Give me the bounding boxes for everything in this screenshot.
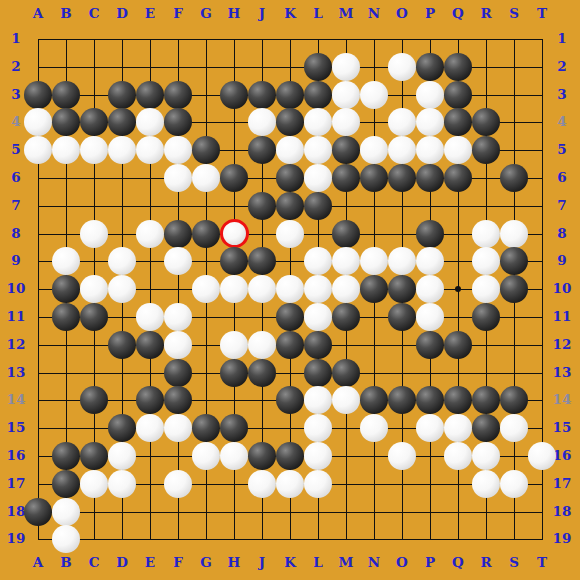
stone-white-O2[interactable] bbox=[388, 53, 416, 81]
stone-black-F13[interactable] bbox=[164, 359, 192, 387]
stone-black-O11[interactable] bbox=[388, 303, 416, 331]
stone-black-S14[interactable] bbox=[500, 386, 528, 414]
coord-label-left-3: 3 bbox=[11, 88, 20, 102]
stone-black-Q6[interactable] bbox=[444, 164, 472, 192]
stone-black-A3[interactable] bbox=[24, 81, 52, 109]
coord-label-top-R: R bbox=[480, 7, 491, 21]
coord-label-left-16: 16 bbox=[7, 449, 26, 463]
coord-label-top-O: O bbox=[396, 7, 408, 21]
stone-black-S10[interactable] bbox=[500, 275, 528, 303]
coord-label-left-18: 18 bbox=[7, 505, 26, 519]
stone-white-P5[interactable] bbox=[416, 136, 444, 164]
stone-black-E3[interactable] bbox=[136, 81, 164, 109]
stone-white-J10[interactable] bbox=[248, 275, 276, 303]
stone-white-Q15[interactable] bbox=[444, 414, 472, 442]
stone-black-B17[interactable] bbox=[52, 470, 80, 498]
stone-black-J9[interactable] bbox=[248, 247, 276, 275]
stone-white-A4[interactable] bbox=[24, 108, 52, 136]
coord-label-bottom-F: F bbox=[173, 556, 183, 570]
stone-white-L5[interactable] bbox=[304, 136, 332, 164]
stone-white-E5[interactable] bbox=[136, 136, 164, 164]
stone-white-F5[interactable] bbox=[164, 136, 192, 164]
coord-label-left-2: 2 bbox=[11, 60, 20, 74]
coord-label-bottom-M: M bbox=[339, 556, 354, 570]
stone-white-C5[interactable] bbox=[80, 136, 108, 164]
coord-label-bottom-P: P bbox=[425, 556, 435, 570]
stone-white-M14[interactable] bbox=[332, 386, 360, 414]
stone-black-D12[interactable] bbox=[108, 331, 136, 359]
coord-label-top-N: N bbox=[368, 7, 380, 21]
coord-label-bottom-Q: Q bbox=[452, 556, 464, 570]
stone-white-R8[interactable] bbox=[472, 220, 500, 248]
coord-label-left-17: 17 bbox=[7, 477, 26, 491]
coord-label-bottom-C: C bbox=[89, 556, 100, 570]
stone-black-K11[interactable] bbox=[276, 303, 304, 331]
stone-black-O6[interactable] bbox=[388, 164, 416, 192]
coord-label-top-B: B bbox=[60, 7, 71, 21]
coord-label-left-19: 19 bbox=[7, 533, 26, 547]
stone-white-N9[interactable] bbox=[360, 247, 388, 275]
stone-white-R16[interactable] bbox=[472, 442, 500, 470]
stone-white-L9[interactable] bbox=[304, 247, 332, 275]
star-point bbox=[455, 286, 461, 292]
stone-white-E4[interactable] bbox=[136, 108, 164, 136]
stone-black-F8[interactable] bbox=[164, 220, 192, 248]
stone-black-G5[interactable] bbox=[192, 136, 220, 164]
stone-white-D9[interactable] bbox=[108, 247, 136, 275]
stone-white-F11[interactable] bbox=[164, 303, 192, 331]
stone-white-P3[interactable] bbox=[416, 81, 444, 109]
go-app: { "game": "go", "board": { "size": 19, "… bbox=[0, 0, 580, 580]
stone-black-D4[interactable] bbox=[108, 108, 136, 136]
stone-black-C4[interactable] bbox=[80, 108, 108, 136]
stone-white-B9[interactable] bbox=[52, 247, 80, 275]
coord-label-right-7: 7 bbox=[557, 199, 566, 213]
stone-black-H15[interactable] bbox=[220, 414, 248, 442]
stone-white-E8[interactable] bbox=[136, 220, 164, 248]
stone-white-J17[interactable] bbox=[248, 470, 276, 498]
stone-white-Q16[interactable] bbox=[444, 442, 472, 470]
coord-label-right-3: 3 bbox=[557, 88, 566, 102]
coord-label-top-K: K bbox=[284, 7, 296, 21]
coord-label-bottom-J: J bbox=[259, 556, 265, 570]
coord-label-bottom-O: O bbox=[396, 556, 408, 570]
stone-black-C11[interactable] bbox=[80, 303, 108, 331]
stone-black-H3[interactable] bbox=[220, 81, 248, 109]
coord-label-top-E: E bbox=[145, 7, 155, 21]
stone-white-F17[interactable] bbox=[164, 470, 192, 498]
stone-white-S15[interactable] bbox=[500, 414, 528, 442]
stone-black-B11[interactable] bbox=[52, 303, 80, 331]
stone-white-C17[interactable] bbox=[80, 470, 108, 498]
stone-black-Q3[interactable] bbox=[444, 81, 472, 109]
grid-line bbox=[38, 39, 543, 40]
coord-label-bottom-T: T bbox=[537, 556, 547, 570]
coord-label-bottom-N: N bbox=[368, 556, 380, 570]
coord-label-right-6: 6 bbox=[557, 171, 566, 185]
coord-label-left-14: 14 bbox=[7, 394, 26, 408]
grid-line bbox=[38, 539, 543, 540]
stone-black-Q2[interactable] bbox=[444, 53, 472, 81]
stone-white-B5[interactable] bbox=[52, 136, 80, 164]
stone-white-R17[interactable] bbox=[472, 470, 500, 498]
stone-white-P11[interactable] bbox=[416, 303, 444, 331]
coord-label-bottom-D: D bbox=[116, 556, 128, 570]
stone-white-J4[interactable] bbox=[248, 108, 276, 136]
stone-white-B18[interactable] bbox=[52, 498, 80, 526]
stone-white-T16[interactable] bbox=[528, 442, 556, 470]
coord-label-bottom-H: H bbox=[228, 556, 241, 570]
stone-black-P12[interactable] bbox=[416, 331, 444, 359]
stone-black-B3[interactable] bbox=[52, 81, 80, 109]
stone-black-P6[interactable] bbox=[416, 164, 444, 192]
stone-black-S9[interactable] bbox=[500, 247, 528, 275]
stone-white-M10[interactable] bbox=[332, 275, 360, 303]
stone-black-G8[interactable] bbox=[192, 220, 220, 248]
stone-white-H12[interactable] bbox=[220, 331, 248, 359]
stone-black-L12[interactable] bbox=[304, 331, 332, 359]
coord-label-right-15: 15 bbox=[553, 421, 572, 435]
stone-white-F12[interactable] bbox=[164, 331, 192, 359]
stone-white-E15[interactable] bbox=[136, 414, 164, 442]
stone-white-C8[interactable] bbox=[80, 220, 108, 248]
stone-black-R5[interactable] bbox=[472, 136, 500, 164]
stone-black-L13[interactable] bbox=[304, 359, 332, 387]
coord-label-right-9: 9 bbox=[557, 255, 566, 269]
stone-white-D10[interactable] bbox=[108, 275, 136, 303]
stone-white-N5[interactable] bbox=[360, 136, 388, 164]
stone-black-P2[interactable] bbox=[416, 53, 444, 81]
stone-black-O10[interactable] bbox=[388, 275, 416, 303]
stone-white-S17[interactable] bbox=[500, 470, 528, 498]
stone-black-J7[interactable] bbox=[248, 192, 276, 220]
coord-label-bottom-B: B bbox=[60, 556, 71, 570]
stone-white-L15[interactable] bbox=[304, 414, 332, 442]
stone-white-R9[interactable] bbox=[472, 247, 500, 275]
coord-label-right-8: 8 bbox=[557, 227, 566, 241]
stone-black-Q12[interactable] bbox=[444, 331, 472, 359]
stone-white-B19[interactable] bbox=[52, 525, 80, 553]
coord-label-left-5: 5 bbox=[11, 143, 20, 157]
coord-label-top-F: F bbox=[173, 7, 183, 21]
stone-white-R10[interactable] bbox=[472, 275, 500, 303]
stone-white-O9[interactable] bbox=[388, 247, 416, 275]
stone-black-M6[interactable] bbox=[332, 164, 360, 192]
coord-label-top-Q: Q bbox=[452, 7, 464, 21]
stone-white-C10[interactable] bbox=[80, 275, 108, 303]
stone-black-J3[interactable] bbox=[248, 81, 276, 109]
coord-label-top-C: C bbox=[89, 7, 100, 21]
stone-black-Q14[interactable] bbox=[444, 386, 472, 414]
stone-white-M2[interactable] bbox=[332, 53, 360, 81]
stone-white-H16[interactable] bbox=[220, 442, 248, 470]
coord-label-right-4: 4 bbox=[557, 116, 566, 130]
stone-black-D15[interactable] bbox=[108, 414, 136, 442]
stone-white-L6[interactable] bbox=[304, 164, 332, 192]
stone-black-P8[interactable] bbox=[416, 220, 444, 248]
stone-black-K7[interactable] bbox=[276, 192, 304, 220]
stone-black-J5[interactable] bbox=[248, 136, 276, 164]
stone-white-D16[interactable] bbox=[108, 442, 136, 470]
coord-label-left-1: 1 bbox=[11, 32, 20, 46]
coord-label-bottom-E: E bbox=[145, 556, 155, 570]
stone-white-M4[interactable] bbox=[332, 108, 360, 136]
stone-black-K3[interactable] bbox=[276, 81, 304, 109]
grid-line bbox=[38, 512, 543, 513]
stone-black-B4[interactable] bbox=[52, 108, 80, 136]
stone-white-M9[interactable] bbox=[332, 247, 360, 275]
stone-white-P10[interactable] bbox=[416, 275, 444, 303]
stone-black-F14[interactable] bbox=[164, 386, 192, 414]
stone-black-G15[interactable] bbox=[192, 414, 220, 442]
stone-black-P14[interactable] bbox=[416, 386, 444, 414]
stone-black-C14[interactable] bbox=[80, 386, 108, 414]
stone-black-N14[interactable] bbox=[360, 386, 388, 414]
coord-label-left-8: 8 bbox=[11, 227, 20, 241]
stone-white-S8[interactable] bbox=[500, 220, 528, 248]
stone-black-H13[interactable] bbox=[220, 359, 248, 387]
coord-label-right-1: 1 bbox=[557, 32, 566, 46]
stone-white-G10[interactable] bbox=[192, 275, 220, 303]
stone-white-A5[interactable] bbox=[24, 136, 52, 164]
coord-label-right-17: 17 bbox=[553, 477, 572, 491]
coord-label-left-4: 4 bbox=[11, 116, 20, 130]
stone-white-O4[interactable] bbox=[388, 108, 416, 136]
stone-black-E14[interactable] bbox=[136, 386, 164, 414]
coord-label-bottom-R: R bbox=[480, 556, 491, 570]
coord-label-right-19: 19 bbox=[553, 533, 572, 547]
stone-black-M5[interactable] bbox=[332, 136, 360, 164]
stone-black-L2[interactable] bbox=[304, 53, 332, 81]
stone-black-R15[interactable] bbox=[472, 414, 500, 442]
coord-label-left-10: 10 bbox=[7, 282, 26, 296]
stone-white-last-move-H8[interactable] bbox=[220, 219, 249, 248]
stone-white-N3[interactable] bbox=[360, 81, 388, 109]
coord-label-left-6: 6 bbox=[11, 171, 20, 185]
stone-black-J13[interactable] bbox=[248, 359, 276, 387]
stone-black-O14[interactable] bbox=[388, 386, 416, 414]
coord-label-left-9: 9 bbox=[11, 255, 20, 269]
coord-label-right-14: 14 bbox=[553, 394, 572, 408]
coord-label-top-G: G bbox=[200, 7, 212, 21]
stone-white-L17[interactable] bbox=[304, 470, 332, 498]
stone-black-M13[interactable] bbox=[332, 359, 360, 387]
coord-label-bottom-G: G bbox=[200, 556, 212, 570]
stone-black-A18[interactable] bbox=[24, 498, 52, 526]
stone-black-F4[interactable] bbox=[164, 108, 192, 136]
stone-white-F15[interactable] bbox=[164, 414, 192, 442]
coord-label-left-7: 7 bbox=[11, 199, 20, 213]
stone-black-R11[interactable] bbox=[472, 303, 500, 331]
coord-label-top-J: J bbox=[259, 7, 265, 21]
stone-black-Q4[interactable] bbox=[444, 108, 472, 136]
coord-label-top-D: D bbox=[116, 7, 128, 21]
stone-white-K5[interactable] bbox=[276, 136, 304, 164]
stone-white-L4[interactable] bbox=[304, 108, 332, 136]
coord-label-left-11: 11 bbox=[7, 310, 26, 324]
coord-label-bottom-S: S bbox=[509, 556, 519, 570]
stone-white-D17[interactable] bbox=[108, 470, 136, 498]
stone-black-K14[interactable] bbox=[276, 386, 304, 414]
stone-black-B16[interactable] bbox=[52, 442, 80, 470]
coord-label-top-M: M bbox=[339, 7, 354, 21]
coord-label-top-P: P bbox=[425, 7, 435, 21]
stone-white-D5[interactable] bbox=[108, 136, 136, 164]
coord-label-right-5: 5 bbox=[557, 143, 566, 157]
coord-label-left-12: 12 bbox=[7, 338, 26, 352]
stone-white-O5[interactable] bbox=[388, 136, 416, 164]
coord-label-top-L: L bbox=[313, 7, 323, 21]
stone-black-K6[interactable] bbox=[276, 164, 304, 192]
coord-label-top-A: A bbox=[33, 7, 43, 21]
stone-white-M3[interactable] bbox=[332, 81, 360, 109]
stone-black-M8[interactable] bbox=[332, 220, 360, 248]
coord-label-left-13: 13 bbox=[7, 366, 26, 380]
stone-white-H10[interactable] bbox=[220, 275, 248, 303]
stone-black-F3[interactable] bbox=[164, 81, 192, 109]
coord-label-right-10: 10 bbox=[553, 282, 572, 296]
stone-white-E11[interactable] bbox=[136, 303, 164, 331]
coord-label-right-11: 11 bbox=[553, 310, 572, 324]
grid-line bbox=[38, 373, 543, 374]
stone-black-E12[interactable] bbox=[136, 331, 164, 359]
stone-white-K17[interactable] bbox=[276, 470, 304, 498]
stone-black-N6[interactable] bbox=[360, 164, 388, 192]
stone-black-R4[interactable] bbox=[472, 108, 500, 136]
coord-label-right-2: 2 bbox=[557, 60, 566, 74]
stone-white-L11[interactable] bbox=[304, 303, 332, 331]
coord-label-top-H: H bbox=[228, 7, 241, 21]
go-board: AABBCCDDEEFFGGHHJJKKLLMMNNOOPPQQRRSSTT11… bbox=[0, 0, 580, 580]
stone-white-P9[interactable] bbox=[416, 247, 444, 275]
stone-white-L14[interactable] bbox=[304, 386, 332, 414]
coord-label-right-18: 18 bbox=[553, 505, 572, 519]
stone-white-K8[interactable] bbox=[276, 220, 304, 248]
stone-black-K4[interactable] bbox=[276, 108, 304, 136]
coord-label-top-S: S bbox=[509, 7, 519, 21]
stone-black-K12[interactable] bbox=[276, 331, 304, 359]
stone-white-O16[interactable] bbox=[388, 442, 416, 470]
stone-white-Q5[interactable] bbox=[444, 136, 472, 164]
stone-black-N10[interactable] bbox=[360, 275, 388, 303]
stone-white-F6[interactable] bbox=[164, 164, 192, 192]
coord-label-left-15: 15 bbox=[7, 421, 26, 435]
stone-white-F9[interactable] bbox=[164, 247, 192, 275]
stone-black-H6[interactable] bbox=[220, 164, 248, 192]
stone-white-G16[interactable] bbox=[192, 442, 220, 470]
stone-black-C16[interactable] bbox=[80, 442, 108, 470]
stone-black-R14[interactable] bbox=[472, 386, 500, 414]
stone-black-L7[interactable] bbox=[304, 192, 332, 220]
stone-white-L16[interactable] bbox=[304, 442, 332, 470]
coord-label-right-13: 13 bbox=[553, 366, 572, 380]
coord-label-top-T: T bbox=[537, 7, 547, 21]
stone-white-P4[interactable] bbox=[416, 108, 444, 136]
coord-label-bottom-L: L bbox=[313, 556, 323, 570]
stone-black-D3[interactable] bbox=[108, 81, 136, 109]
stone-white-P15[interactable] bbox=[416, 414, 444, 442]
stone-black-J16[interactable] bbox=[248, 442, 276, 470]
stone-black-M11[interactable] bbox=[332, 303, 360, 331]
stone-black-K16[interactable] bbox=[276, 442, 304, 470]
stone-white-L10[interactable] bbox=[304, 275, 332, 303]
coord-label-bottom-K: K bbox=[284, 556, 296, 570]
stone-white-J12[interactable] bbox=[248, 331, 276, 359]
stone-white-N15[interactable] bbox=[360, 414, 388, 442]
stone-black-B10[interactable] bbox=[52, 275, 80, 303]
stone-white-K10[interactable] bbox=[276, 275, 304, 303]
stone-white-G6[interactable] bbox=[192, 164, 220, 192]
coord-label-right-12: 12 bbox=[553, 338, 572, 352]
coord-label-bottom-A: A bbox=[33, 556, 43, 570]
stone-black-H9[interactable] bbox=[220, 247, 248, 275]
stone-black-S6[interactable] bbox=[500, 164, 528, 192]
stone-black-L3[interactable] bbox=[304, 81, 332, 109]
